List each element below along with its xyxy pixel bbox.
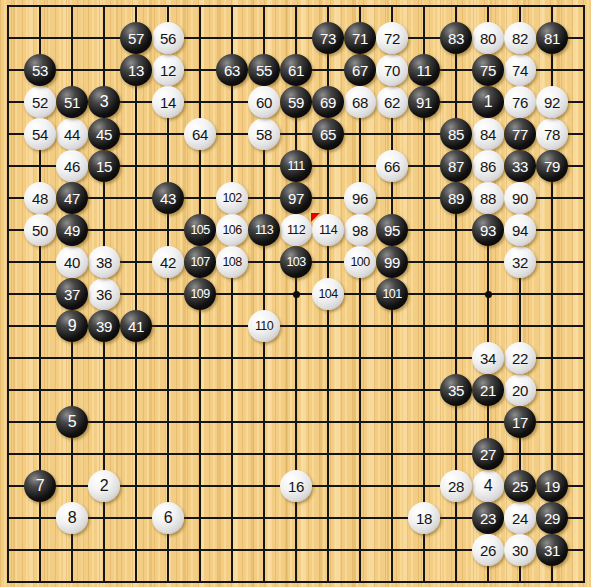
stone-white-52[interactable]: 52	[24, 86, 56, 118]
stone-white-42[interactable]: 42	[152, 246, 184, 278]
star-point	[293, 291, 300, 298]
stone-white-98[interactable]: 98	[344, 214, 376, 246]
stone-black-87[interactable]: 87	[440, 150, 472, 182]
stone-white-30[interactable]: 30	[504, 534, 536, 566]
stone-white-74[interactable]: 74	[504, 54, 536, 86]
stone-black-49[interactable]: 49	[56, 214, 88, 246]
stone-white-4[interactable]: 4	[472, 470, 504, 502]
stone-black-13[interactable]: 13	[120, 54, 152, 86]
stone-black-3[interactable]: 3	[88, 86, 120, 118]
stone-white-64[interactable]: 64	[184, 118, 216, 150]
stone-black-25[interactable]: 25	[504, 470, 536, 502]
stone-black-15[interactable]: 15	[88, 150, 120, 182]
stone-white-76[interactable]: 76	[504, 86, 536, 118]
stone-white-70[interactable]: 70	[376, 54, 408, 86]
stone-black-17[interactable]: 17	[504, 406, 536, 438]
stone-white-66[interactable]: 66	[376, 150, 408, 182]
stone-black-75[interactable]: 75	[472, 54, 504, 86]
stone-black-53[interactable]: 53	[24, 54, 56, 86]
stone-white-28[interactable]: 28	[440, 470, 472, 502]
stone-white-104[interactable]: 104	[312, 278, 344, 310]
stone-black-9[interactable]: 9	[56, 310, 88, 342]
stone-white-88[interactable]: 88	[472, 182, 504, 214]
stone-black-39[interactable]: 39	[88, 310, 120, 342]
stone-white-26[interactable]: 26	[472, 534, 504, 566]
stone-black-41[interactable]: 41	[120, 310, 152, 342]
stone-white-56[interactable]: 56	[152, 22, 184, 54]
stone-white-32[interactable]: 32	[504, 246, 536, 278]
stone-black-57[interactable]: 57	[120, 22, 152, 54]
stone-black-47[interactable]: 47	[56, 182, 88, 214]
stone-black-73[interactable]: 73	[312, 22, 344, 54]
stone-white-48[interactable]: 48	[24, 182, 56, 214]
stone-white-90[interactable]: 90	[504, 182, 536, 214]
stone-white-40[interactable]: 40	[56, 246, 88, 278]
stone-black-103[interactable]: 103	[280, 246, 312, 278]
stone-black-93[interactable]: 93	[472, 214, 504, 246]
stone-white-2[interactable]: 2	[88, 470, 120, 502]
stone-black-31[interactable]: 31	[536, 534, 568, 566]
stone-black-97[interactable]: 97	[280, 182, 312, 214]
stone-white-100[interactable]: 100	[344, 246, 376, 278]
stone-black-95[interactable]: 95	[376, 214, 408, 246]
stone-black-11[interactable]: 11	[408, 54, 440, 86]
stone-black-35[interactable]: 35	[440, 374, 472, 406]
stone-black-111[interactable]: 111	[280, 150, 312, 182]
stone-white-114[interactable]: 114	[312, 214, 344, 246]
stone-black-5[interactable]: 5	[56, 406, 88, 438]
stone-black-59[interactable]: 59	[280, 86, 312, 118]
stone-black-33[interactable]: 33	[504, 150, 536, 182]
stone-white-78[interactable]: 78	[536, 118, 568, 150]
stone-black-1[interactable]: 1	[472, 86, 504, 118]
stone-black-21[interactable]: 21	[472, 374, 504, 406]
stone-black-63[interactable]: 63	[216, 54, 248, 86]
stone-white-86[interactable]: 86	[472, 150, 504, 182]
stone-black-51[interactable]: 51	[56, 86, 88, 118]
stone-white-72[interactable]: 72	[376, 22, 408, 54]
stone-white-24[interactable]: 24	[504, 502, 536, 534]
stone-black-81[interactable]: 81	[536, 22, 568, 54]
stone-white-16[interactable]: 16	[280, 470, 312, 502]
stone-white-36[interactable]: 36	[88, 278, 120, 310]
stone-black-89[interactable]: 89	[440, 182, 472, 214]
last-move-marker	[311, 213, 320, 222]
stone-black-71[interactable]: 71	[344, 22, 376, 54]
stone-white-58[interactable]: 58	[248, 118, 280, 150]
stone-black-109[interactable]: 109	[184, 278, 216, 310]
stone-black-105[interactable]: 105	[184, 214, 216, 246]
stone-white-60[interactable]: 60	[248, 86, 280, 118]
stone-black-91[interactable]: 91	[408, 86, 440, 118]
stone-white-96[interactable]: 96	[344, 182, 376, 214]
stone-black-79[interactable]: 79	[536, 150, 568, 182]
stone-black-61[interactable]: 61	[280, 54, 312, 86]
stone-black-113[interactable]: 113	[248, 214, 280, 246]
stone-white-68[interactable]: 68	[344, 86, 376, 118]
stone-black-29[interactable]: 29	[536, 502, 568, 534]
go-board[interactable]: 1234567891112131415161718192021222324252…	[0, 0, 591, 587]
stone-white-50[interactable]: 50	[24, 214, 56, 246]
stone-black-85[interactable]: 85	[440, 118, 472, 150]
stone-white-18[interactable]: 18	[408, 502, 440, 534]
stone-black-67[interactable]: 67	[344, 54, 376, 86]
stone-white-6[interactable]: 6	[152, 502, 184, 534]
stone-black-19[interactable]: 19	[536, 470, 568, 502]
stone-white-94[interactable]: 94	[504, 214, 536, 246]
stone-white-54[interactable]: 54	[24, 118, 56, 150]
stone-black-37[interactable]: 37	[56, 278, 88, 310]
stone-white-92[interactable]: 92	[536, 86, 568, 118]
stone-white-62[interactable]: 62	[376, 86, 408, 118]
stone-white-110[interactable]: 110	[248, 310, 280, 342]
stone-black-65[interactable]: 65	[312, 118, 344, 150]
stone-white-106[interactable]: 106	[216, 214, 248, 246]
stone-white-80[interactable]: 80	[472, 22, 504, 54]
stone-white-12[interactable]: 12	[152, 54, 184, 86]
stone-black-43[interactable]: 43	[152, 182, 184, 214]
stone-white-22[interactable]: 22	[504, 342, 536, 374]
star-point	[485, 291, 492, 298]
stone-white-108[interactable]: 108	[216, 246, 248, 278]
stone-white-112[interactable]: 112	[280, 214, 312, 246]
stone-white-102[interactable]: 102	[216, 182, 248, 214]
stone-black-101[interactable]: 101	[376, 278, 408, 310]
stone-white-38[interactable]: 38	[88, 246, 120, 278]
stone-black-7[interactable]: 7	[24, 470, 56, 502]
stone-black-69[interactable]: 69	[312, 86, 344, 118]
stone-black-27[interactable]: 27	[472, 438, 504, 470]
stone-white-34[interactable]: 34	[472, 342, 504, 374]
stone-white-44[interactable]: 44	[56, 118, 88, 150]
stone-black-55[interactable]: 55	[248, 54, 280, 86]
stone-black-45[interactable]: 45	[88, 118, 120, 150]
stone-black-23[interactable]: 23	[472, 502, 504, 534]
stone-white-46[interactable]: 46	[56, 150, 88, 182]
stone-white-20[interactable]: 20	[504, 374, 536, 406]
stone-white-84[interactable]: 84	[472, 118, 504, 150]
stone-white-82[interactable]: 82	[504, 22, 536, 54]
stone-white-8[interactable]: 8	[56, 502, 88, 534]
stone-black-77[interactable]: 77	[504, 118, 536, 150]
stone-black-83[interactable]: 83	[440, 22, 472, 54]
stone-black-107[interactable]: 107	[184, 246, 216, 278]
stone-black-99[interactable]: 99	[376, 246, 408, 278]
stone-white-14[interactable]: 14	[152, 86, 184, 118]
